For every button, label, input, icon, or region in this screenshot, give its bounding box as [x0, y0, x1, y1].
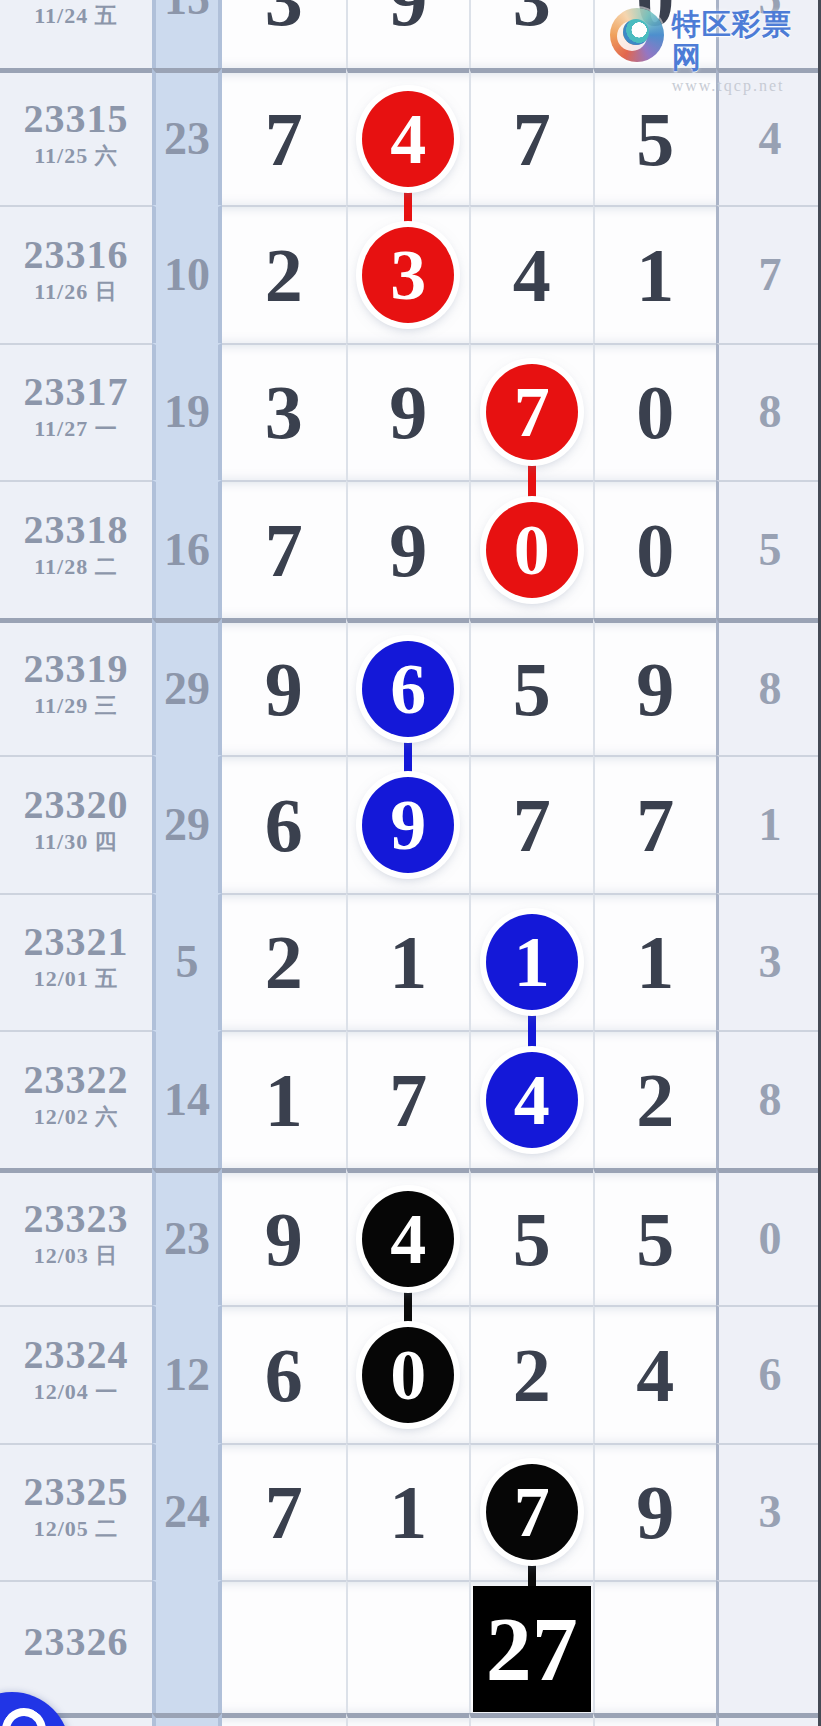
period-number: 23316	[24, 235, 129, 275]
period-cell: 2331511/25 六	[0, 68, 152, 206]
period-number: 23318	[24, 510, 129, 550]
digit-cell: 3	[222, 343, 346, 481]
digit-cell: 7	[222, 1443, 346, 1581]
digit-value: 6	[265, 787, 303, 863]
digit-cell: 9	[222, 618, 346, 756]
lottery-trend-page: 2331411/24 五15393052331511/25 六237475423…	[0, 0, 821, 1726]
digit-value: 0	[636, 512, 674, 588]
sum-value: 16	[164, 527, 210, 573]
digit-cell: 9	[222, 1168, 346, 1306]
extra-digit-cell: 8	[716, 1030, 821, 1168]
extra-digit-value: 6	[759, 1352, 782, 1398]
prediction-value: 27	[486, 1603, 578, 1695]
extra-digit-cell: 5	[716, 480, 821, 618]
extra-digit-cell: 3	[716, 1443, 821, 1581]
sum-cell	[152, 1580, 222, 1713]
period-number: 23325	[24, 1472, 129, 1512]
period-cell: 2331811/28 二	[0, 480, 152, 618]
digit-cell: 4	[593, 1305, 717, 1443]
digit-cell: 1	[593, 893, 717, 1031]
period-cell: 2331911/29 三	[0, 618, 152, 756]
extra-digit-cell: 7	[716, 205, 821, 343]
draw-date: 11/24 五	[34, 5, 117, 27]
digit-cell	[346, 1580, 470, 1713]
digit-value: 4	[513, 237, 551, 313]
digit-cell: 7	[469, 1443, 593, 1581]
period-number: 23321	[24, 922, 129, 962]
digit-cell: 1	[346, 893, 470, 1031]
digit-cell: 5	[469, 1168, 593, 1306]
circled-digit-value: 4	[390, 103, 426, 175]
digit-value: 4	[636, 1337, 674, 1413]
period-cell: 2332112/01 五	[0, 893, 152, 1031]
digit-cell: 1	[222, 1030, 346, 1168]
digit-value: 9	[389, 0, 427, 37]
table-row: 2331811/28 二1679005	[0, 480, 821, 618]
digit-cell: 6	[222, 1305, 346, 1443]
digit-value: 3	[265, 374, 303, 450]
digit-cell: 1	[593, 205, 717, 343]
period-cell: 2331611/26 日	[0, 205, 152, 343]
digit-value: 9	[636, 1474, 674, 1550]
sum-value: 5	[176, 939, 199, 985]
digit-value: 7	[513, 787, 551, 863]
digit-cell: 9	[346, 343, 470, 481]
digit-cell: 3	[346, 205, 470, 343]
table-row: 2332627	[0, 1580, 821, 1713]
circled-digit-value: 1	[514, 926, 550, 998]
digit-value: 7	[513, 101, 551, 177]
circled-digit-value: 3	[390, 239, 426, 311]
digit-cell: 1	[469, 893, 593, 1031]
digit-value: 5	[513, 651, 551, 727]
circled-digit: 0	[486, 502, 578, 598]
extra-digit-cell: 1	[716, 755, 821, 893]
table-row: 2332412/04 一1260246	[0, 1305, 821, 1443]
connector-line	[404, 752, 412, 780]
digit-value: 5	[513, 1201, 551, 1277]
digit-value: 5	[636, 1201, 674, 1277]
digit-cell	[346, 1713, 470, 1726]
sum-value: 24	[164, 1489, 210, 1535]
digit-value: 9	[389, 374, 427, 450]
digit-cell: 9	[593, 1443, 717, 1581]
digit-cell: 9	[346, 755, 470, 893]
period-number: 23326	[24, 1622, 129, 1662]
sum-value: 23	[164, 116, 210, 162]
site-name: 特区彩票网	[672, 8, 821, 75]
circled-digit: 0	[362, 1327, 454, 1423]
digit-value: 9	[265, 651, 303, 727]
digit-value: 3	[513, 0, 551, 37]
digit-value: 1	[636, 237, 674, 313]
period-cell: 2331411/24 五	[0, 0, 152, 68]
draw-date: 11/30 四	[34, 831, 117, 853]
sum-value: 15	[164, 0, 210, 22]
period-cell: 2332212/02 六	[0, 1030, 152, 1168]
period-number: 23319	[24, 649, 129, 689]
circled-digit: 4	[486, 1052, 578, 1148]
draw-date: 12/04 一	[34, 1381, 119, 1403]
table-row: 2331911/29 三2996598	[0, 618, 821, 756]
site-url: www.tqcp.net	[672, 77, 821, 95]
circled-digit-value: 7	[514, 1476, 550, 1548]
digit-cell: 3	[222, 0, 346, 68]
connector-line	[528, 477, 536, 505]
circled-digit: 1	[486, 914, 578, 1010]
circled-digit: 7	[486, 1464, 578, 1560]
trend-table: 2331411/24 五15393052331511/25 六237475423…	[0, 0, 821, 1726]
sum-cell: 5	[152, 893, 222, 1031]
digit-value: 2	[265, 924, 303, 1000]
draw-date: 12/05 二	[34, 1518, 119, 1540]
digit-cell: 6	[346, 618, 470, 756]
circled-digit-value: 0	[390, 1339, 426, 1411]
draw-date: 12/02 六	[34, 1106, 119, 1128]
digit-value: 7	[265, 101, 303, 177]
extra-digit-cell: 8	[716, 343, 821, 481]
digit-cell	[593, 1580, 717, 1713]
digit-value: 1	[389, 1474, 427, 1550]
draw-date: 12/01 五	[34, 968, 119, 990]
digit-cell: 0	[469, 480, 593, 618]
period-number: 23324	[24, 1335, 129, 1375]
period-number: 23317	[24, 372, 129, 412]
sum-cell: 23	[152, 1168, 222, 1306]
prediction-box: 27	[473, 1586, 591, 1712]
digit-cell: 7	[222, 68, 346, 206]
digit-value: 1	[389, 924, 427, 1000]
digit-value: 7	[636, 787, 674, 863]
extra-digit-value: 0	[759, 1216, 782, 1262]
sum-cell: 29	[152, 618, 222, 756]
digit-cell: 4	[346, 1168, 470, 1306]
sum-cell: 29	[152, 755, 222, 893]
circled-digit-value: 6	[390, 653, 426, 725]
digit-cell: 6	[222, 755, 346, 893]
extra-digit-cell: 0	[716, 1168, 821, 1306]
digit-cell	[222, 1580, 346, 1713]
digit-value: 7	[265, 1474, 303, 1550]
period-cell: 2331711/27 一	[0, 343, 152, 481]
digit-cell: 9	[346, 480, 470, 618]
sum-cell: 10	[152, 205, 222, 343]
sum-cell: 12	[152, 1305, 222, 1443]
extra-digit-value: 8	[759, 666, 782, 712]
table-row: 2332011/30 四2969771	[0, 755, 821, 893]
sum-value: 29	[164, 666, 210, 712]
period-number: 23322	[24, 1060, 129, 1100]
table-row: 2332112/01 五521113	[0, 893, 821, 1031]
digit-value: 2	[636, 1062, 674, 1138]
digit-cell: 2	[469, 1305, 593, 1443]
table-row	[0, 1713, 821, 1726]
circled-digit-value: 4	[390, 1203, 426, 1275]
period-number: 23315	[24, 99, 129, 139]
digit-cell	[222, 1713, 346, 1726]
digit-cell: 0	[346, 1305, 470, 1443]
period-cell: 2332412/04 一	[0, 1305, 152, 1443]
digit-cell: 2	[593, 1030, 717, 1168]
sum-cell: 16	[152, 480, 222, 618]
digit-cell: 7	[346, 1030, 470, 1168]
digit-value: 9	[389, 512, 427, 588]
digit-cell: 5	[469, 618, 593, 756]
circled-digit: 3	[362, 227, 454, 323]
table-row: 2332212/02 六1417428	[0, 1030, 821, 1168]
sum-cell	[152, 1713, 222, 1726]
period-number: 23320	[24, 785, 129, 825]
digit-cell: 2	[222, 893, 346, 1031]
sum-cell: 14	[152, 1030, 222, 1168]
extra-digit-value: 1	[759, 802, 782, 848]
digit-cell: 7	[222, 480, 346, 618]
digit-cell: 9	[346, 0, 470, 68]
extra-digit-cell	[716, 1713, 821, 1726]
sum-value: 23	[164, 1216, 210, 1262]
period-cell: 2332312/03 日	[0, 1168, 152, 1306]
sum-cell: 15	[152, 0, 222, 68]
extra-digit-value: 3	[759, 939, 782, 985]
digit-value: 2	[513, 1337, 551, 1413]
circled-digit: 4	[362, 91, 454, 187]
digit-cell	[469, 1713, 593, 1726]
circled-digit: 6	[362, 641, 454, 737]
digit-cell: 4	[469, 205, 593, 343]
digit-cell: 7	[593, 755, 717, 893]
extra-digit-cell	[716, 1580, 821, 1713]
digit-cell: 1	[346, 1443, 470, 1581]
digit-cell: 4	[469, 1030, 593, 1168]
table-row: 2332312/03 日2394550	[0, 1168, 821, 1306]
extra-digit-value: 7	[759, 252, 782, 298]
digit-value: 9	[265, 1201, 303, 1277]
circled-digit-value: 7	[514, 376, 550, 448]
period-cell: 2332512/05 二	[0, 1443, 152, 1581]
extra-digit-value: 8	[759, 389, 782, 435]
extra-digit-cell: 3	[716, 893, 821, 1031]
sum-value: 10	[164, 252, 210, 298]
digit-value: 6	[265, 1337, 303, 1413]
digit-value: 5	[636, 101, 674, 177]
site-watermark: 特区彩票网 www.tqcp.net	[610, 8, 821, 94]
digit-cell: 2	[222, 205, 346, 343]
extra-digit-value: 5	[759, 527, 782, 573]
digit-cell: 4	[346, 68, 470, 206]
draw-date: 11/28 二	[34, 556, 117, 578]
digit-cell	[593, 1713, 717, 1726]
draw-date: 11/27 一	[34, 418, 117, 440]
digit-cell: 0	[593, 480, 717, 618]
digit-cell: 0	[593, 343, 717, 481]
digit-cell: 9	[593, 618, 717, 756]
site-logo-spiral-icon	[610, 8, 664, 62]
extra-digit-cell: 6	[716, 1305, 821, 1443]
circled-digit-value: 9	[390, 789, 426, 861]
circled-digit: 7	[486, 364, 578, 460]
digit-value: 2	[265, 237, 303, 313]
draw-date: 11/25 六	[34, 145, 117, 167]
digit-value: 9	[636, 651, 674, 727]
digit-cell: 3	[469, 0, 593, 68]
extra-digit-value: 3	[759, 1489, 782, 1535]
digit-value: 1	[636, 924, 674, 1000]
digit-cell: 7	[469, 68, 593, 206]
digit-value: 7	[265, 512, 303, 588]
digit-cell: 7	[469, 755, 593, 893]
table-row: 2331611/26 日1023417	[0, 205, 821, 343]
extra-digit-value: 8	[759, 1077, 782, 1123]
circled-digit: 9	[362, 777, 454, 873]
connector-line	[404, 202, 412, 230]
circled-digit: 4	[362, 1191, 454, 1287]
sum-cell: 23	[152, 68, 222, 206]
sum-value: 19	[164, 389, 210, 435]
draw-date: 11/29 三	[34, 695, 117, 717]
sum-value: 14	[164, 1077, 210, 1123]
digit-value: 0	[636, 374, 674, 450]
digit-value: 3	[265, 0, 303, 37]
sum-cell: 24	[152, 1443, 222, 1581]
digit-cell: 5	[593, 1168, 717, 1306]
digit-cell: 27	[469, 1580, 593, 1713]
digit-cell: 7	[469, 343, 593, 481]
watermark-text: 特区彩票网 www.tqcp.net	[672, 8, 821, 94]
extra-digit-cell: 8	[716, 618, 821, 756]
table-row: 2331711/27 一1939708	[0, 343, 821, 481]
circled-digit-value: 0	[514, 514, 550, 586]
extra-digit-value: 4	[759, 116, 782, 162]
connector-line	[404, 1302, 412, 1330]
digit-value: 1	[265, 1062, 303, 1138]
refresh-icon	[0, 1699, 55, 1726]
draw-date: 11/26 日	[34, 281, 117, 303]
sum-value: 29	[164, 802, 210, 848]
digit-value: 7	[389, 1062, 427, 1138]
draw-date: 12/03 日	[34, 1245, 119, 1267]
sum-cell: 19	[152, 343, 222, 481]
period-number: 23323	[24, 1199, 129, 1239]
circled-digit-value: 4	[514, 1064, 550, 1136]
period-cell: 2332011/30 四	[0, 755, 152, 893]
table-row: 2332512/05 二2471793	[0, 1443, 821, 1581]
connector-line	[528, 1027, 536, 1055]
sum-value: 12	[164, 1352, 210, 1398]
